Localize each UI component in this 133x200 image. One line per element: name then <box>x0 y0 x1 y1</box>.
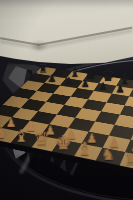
piece-black-p[interactable]: ♟ <box>116 84 125 94</box>
board-square[interactable]: ♟ <box>94 83 116 93</box>
piece-white-n[interactable]: ♞ <box>101 146 115 162</box>
piece-black-p[interactable]: ♟ <box>64 76 73 86</box>
piece-white-b[interactable]: ♝ <box>14 128 29 145</box>
piece-black-p[interactable]: ♟ <box>98 82 107 92</box>
piece-black-p[interactable]: ♟ <box>81 79 90 89</box>
piece-white-k[interactable]: ♚ <box>54 133 72 153</box>
piece-white-q[interactable]: ♛ <box>34 130 51 149</box>
sofa-top-shadow <box>0 0 133 8</box>
piece-white-n[interactable]: ♞ <box>0 126 8 141</box>
board-square[interactable]: ♝ <box>74 143 103 160</box>
piece-black-p[interactable]: ♟ <box>32 71 41 81</box>
piece-white-r[interactable]: ♜ <box>124 152 133 167</box>
living-room-scene: ♜♞♝♛♚♝♞♜♟♟♟♟♟♟♟♟♟♟♟♟♟♟♟♟♜♞♝♛♚♝♞♜ <box>0 0 133 200</box>
piece-white-b[interactable]: ♝ <box>77 140 93 157</box>
piece-black-p[interactable]: ♟ <box>48 74 57 84</box>
sofa-cushion-corner-shadow <box>30 40 48 52</box>
